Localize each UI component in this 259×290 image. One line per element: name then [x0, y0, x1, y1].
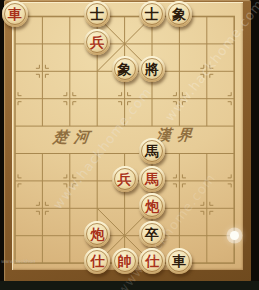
piece-red-soldier[interactable]: 兵: [84, 29, 110, 55]
piece-black-elephant[interactable]: 象: [166, 1, 192, 27]
piece-black-advisor[interactable]: 士: [84, 1, 110, 27]
piece-label: 象: [172, 7, 186, 21]
piece-red-cannon[interactable]: 炮: [84, 221, 110, 247]
move-hint-dot[interactable]: [230, 231, 239, 240]
piece-label: 車: [172, 254, 186, 268]
piece-red-advisor[interactable]: 仕: [84, 248, 110, 274]
piece-label: 象: [118, 62, 132, 76]
piece-label: 馬: [145, 144, 159, 158]
piece-label: 仕: [90, 254, 104, 268]
piece-black-elephant[interactable]: 象: [112, 56, 138, 82]
piece-grid: 車士士象兵象將馬兵馬炮炮卒仕帥仕車: [1, 3, 248, 277]
piece-label: 兵: [90, 34, 104, 48]
piece-black-advisor[interactable]: 士: [139, 1, 165, 27]
piece-red-chariot[interactable]: 車: [2, 1, 28, 27]
piece-black-horse[interactable]: 馬: [139, 138, 165, 164]
piece-label: 將: [145, 62, 159, 76]
piece-label: 士: [145, 7, 159, 21]
piece-black-chariot[interactable]: 車: [166, 248, 192, 274]
piece-red-horse[interactable]: 馬: [139, 166, 165, 192]
piece-black-soldier[interactable]: 卒: [139, 221, 165, 247]
piece-label: 士: [90, 7, 104, 21]
piece-label: 卒: [145, 226, 159, 240]
piece-black-general[interactable]: 將: [139, 56, 165, 82]
piece-label: 帥: [118, 254, 132, 268]
piece-red-cannon[interactable]: 炮: [139, 193, 165, 219]
piece-label: 馬: [145, 171, 159, 185]
piece-label: 仕: [145, 254, 159, 268]
xiangqi-game-screen: 楚河 漢界 車士士象兵象將馬兵馬炮炮卒仕帥仕車 www.hackhome.com…: [0, 0, 259, 290]
piece-red-general[interactable]: 帥: [112, 248, 138, 274]
piece-label: 兵: [118, 171, 132, 185]
piece-label: 炮: [145, 199, 159, 213]
piece-red-soldier[interactable]: 兵: [112, 166, 138, 192]
piece-red-advisor[interactable]: 仕: [139, 248, 165, 274]
piece-label: 車: [8, 7, 22, 21]
piece-label: 炮: [90, 226, 104, 240]
